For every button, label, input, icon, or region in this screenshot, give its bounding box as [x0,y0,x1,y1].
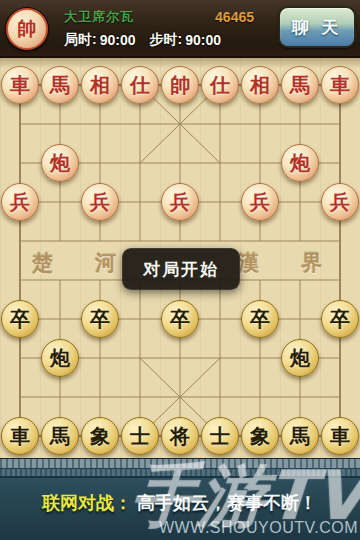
player-avatar[interactable]: 帥 [6,8,48,50]
promo-banner: 联网对战： 高手如云，赛事不断！ [42,491,360,515]
game-start-toast: 对局开始 [122,248,240,290]
bottom-bar: 联网对战： 高手如云，赛事不断！ WWW.SHOUYOUTV.COM [0,458,360,540]
piece-black-卒-r6c2[interactable]: 卒 [81,300,119,338]
piece-black-車-r9c0[interactable]: 車 [1,417,39,455]
piece-black-車-r9c8[interactable]: 車 [321,417,359,455]
piece-black-将-r9c4[interactable]: 将 [161,417,199,455]
top-bar: 帥 大卫席尔瓦 46465 局时: 90:00 步时: 90:00 聊 天 [0,0,360,58]
river-char-han: 漢 [238,249,259,277]
piece-red-車-r0c8[interactable]: 車 [321,66,359,104]
river-char-jie: 界 [301,249,322,277]
piece-black-馬-r9c7[interactable]: 馬 [281,417,319,455]
piece-black-馬-r9c1[interactable]: 馬 [41,417,79,455]
game-timer: 局时: 90:00 [64,31,135,49]
avatar-piece-icon: 帥 [18,16,37,42]
piece-black-象-r9c2[interactable]: 象 [81,417,119,455]
piece-black-卒-r6c4[interactable]: 卒 [161,300,199,338]
chat-button-label: 聊 天 [292,16,343,39]
piece-black-卒-r6c8[interactable]: 卒 [321,300,359,338]
game-screen: 帥 大卫席尔瓦 46465 局时: 90:00 步时: 90:00 聊 天 [0,0,360,540]
piece-red-兵-r3c2[interactable]: 兵 [81,183,119,221]
piece-red-馬-r0c7[interactable]: 馬 [281,66,319,104]
river-label-right: 漢 界 [238,249,322,277]
piece-black-士-r9c3[interactable]: 士 [121,417,159,455]
game-timer-value: 90:00 [100,32,136,48]
bottom-rail-lower [0,469,360,478]
river-label-left: 楚 河 [32,249,116,277]
player-name: 大卫席尔瓦 [64,8,134,26]
piece-black-卒-r6c6[interactable]: 卒 [241,300,279,338]
piece-black-卒-r6c0[interactable]: 卒 [1,300,39,338]
step-timer: 步时: 90:00 [149,31,220,49]
piece-red-馬-r0c1[interactable]: 馬 [41,66,79,104]
promo-label: 联网对战： [42,493,132,513]
bottom-rail-top [0,458,360,469]
site-url-watermark: WWW.SHOUYOUTV.COM [159,519,358,537]
piece-red-兵-r3c8[interactable]: 兵 [321,183,359,221]
piece-red-相-r0c2[interactable]: 相 [81,66,119,104]
piece-black-象-r9c6[interactable]: 象 [241,417,279,455]
piece-red-仕-r0c5[interactable]: 仕 [201,66,239,104]
piece-red-兵-r3c4[interactable]: 兵 [161,183,199,221]
piece-red-炮-r2c7[interactable]: 炮 [281,144,319,182]
piece-red-帥-r0c4[interactable]: 帥 [161,66,199,104]
piece-black-炮-r7c7[interactable]: 炮 [281,339,319,377]
piece-red-兵-r3c6[interactable]: 兵 [241,183,279,221]
piece-red-炮-r2c1[interactable]: 炮 [41,144,79,182]
player-info: 大卫席尔瓦 46465 局时: 90:00 步时: 90:00 [64,7,254,51]
piece-red-兵-r3c0[interactable]: 兵 [1,183,39,221]
player-id: 46465 [215,9,254,25]
piece-red-相-r0c6[interactable]: 相 [241,66,279,104]
game-start-toast-label: 对局开始 [143,258,219,281]
river-char-he: 河 [95,249,116,277]
piece-red-仕-r0c3[interactable]: 仕 [121,66,159,104]
piece-red-車-r0c0[interactable]: 車 [1,66,39,104]
chat-button[interactable]: 聊 天 [278,6,356,48]
piece-black-士-r9c5[interactable]: 士 [201,417,239,455]
step-timer-label: 步时: [149,31,182,49]
step-timer-value: 90:00 [185,32,221,48]
game-timer-label: 局时: [64,31,97,49]
river-char-chu: 楚 [32,249,53,277]
promo-text: 高手如云，赛事不断！ [137,493,317,513]
piece-black-炮-r7c1[interactable]: 炮 [41,339,79,377]
